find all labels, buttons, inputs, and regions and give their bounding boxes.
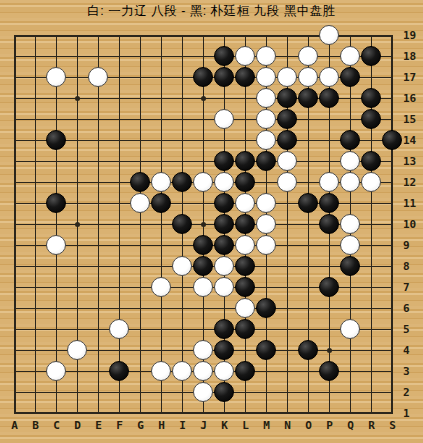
white-stone-J2 xyxy=(193,382,213,402)
intersection-C8[interactable] xyxy=(46,256,67,277)
intersection-B11[interactable] xyxy=(25,193,46,214)
intersection-B12[interactable] xyxy=(25,172,46,193)
intersection-F19[interactable] xyxy=(109,25,130,46)
intersection-M12[interactable] xyxy=(256,172,277,193)
intersection-D6[interactable] xyxy=(67,298,88,319)
intersection-F6[interactable] xyxy=(109,298,130,319)
intersection-N4[interactable] xyxy=(277,340,298,361)
intersection-A10[interactable] xyxy=(4,214,25,235)
intersection-H14[interactable] xyxy=(151,130,172,151)
intersection-E15[interactable] xyxy=(88,109,109,130)
intersection-B10[interactable] xyxy=(25,214,46,235)
intersection-C13[interactable] xyxy=(46,151,67,172)
black-stone-L12 xyxy=(235,172,255,192)
intersection-H5[interactable] xyxy=(151,319,172,340)
intersection-E18[interactable] xyxy=(88,46,109,67)
intersection-D3[interactable] xyxy=(67,361,88,382)
intersection-F4[interactable] xyxy=(109,340,130,361)
intersection-H15[interactable] xyxy=(151,109,172,130)
file-label-E: E xyxy=(88,419,109,432)
intersection-E16[interactable] xyxy=(88,88,109,109)
intersection-N2[interactable] xyxy=(277,382,298,403)
intersection-A5[interactable] xyxy=(4,319,25,340)
intersection-O2[interactable] xyxy=(298,382,319,403)
intersection-I14[interactable] xyxy=(172,130,193,151)
intersection-F15[interactable] xyxy=(109,109,130,130)
file-label-A: A xyxy=(4,419,25,432)
intersection-N7[interactable] xyxy=(277,277,298,298)
intersection-Q6[interactable] xyxy=(340,298,361,319)
intersection-D10[interactable] xyxy=(67,214,88,235)
rank-label-5: 5 xyxy=(403,323,410,336)
intersection-S11[interactable] xyxy=(382,193,403,214)
file-label-F: F xyxy=(109,419,130,432)
intersection-C2[interactable] xyxy=(46,382,67,403)
intersection-Q2[interactable] xyxy=(340,382,361,403)
rank-label-10: 10 xyxy=(403,218,416,231)
intersection-L2[interactable] xyxy=(235,382,256,403)
intersection-N18[interactable] xyxy=(277,46,298,67)
intersection-D17[interactable] xyxy=(67,67,88,88)
intersection-R3[interactable] xyxy=(361,361,382,382)
intersection-S5[interactable] xyxy=(382,319,403,340)
intersection-S18[interactable] xyxy=(382,46,403,67)
white-stone-N17 xyxy=(277,67,297,87)
intersection-M5[interactable] xyxy=(256,319,277,340)
intersection-K14[interactable] xyxy=(214,130,235,151)
intersection-N11[interactable] xyxy=(277,193,298,214)
intersection-E13[interactable] xyxy=(88,151,109,172)
intersection-I4[interactable] xyxy=(172,340,193,361)
rank-label-4: 4 xyxy=(403,344,410,357)
intersection-G14[interactable] xyxy=(130,130,151,151)
intersection-C15[interactable] xyxy=(46,109,67,130)
intersection-E19[interactable] xyxy=(88,25,109,46)
intersection-B4[interactable] xyxy=(25,340,46,361)
intersection-G9[interactable] xyxy=(130,235,151,256)
intersection-B17[interactable] xyxy=(25,67,46,88)
intersection-H2[interactable] xyxy=(151,382,172,403)
intersection-E3[interactable] xyxy=(88,361,109,382)
intersection-A16[interactable] xyxy=(4,88,25,109)
intersection-D5[interactable] xyxy=(67,319,88,340)
intersection-R9[interactable] xyxy=(361,235,382,256)
intersection-C12[interactable] xyxy=(46,172,67,193)
intersection-F11[interactable] xyxy=(109,193,130,214)
intersection-O14[interactable] xyxy=(298,130,319,151)
intersection-H16[interactable] xyxy=(151,88,172,109)
intersection-D18[interactable] xyxy=(67,46,88,67)
intersection-B13[interactable] xyxy=(25,151,46,172)
intersection-M2[interactable] xyxy=(256,382,277,403)
intersection-C16[interactable] xyxy=(46,88,67,109)
intersection-D19[interactable] xyxy=(67,25,88,46)
intersection-F18[interactable] xyxy=(109,46,130,67)
intersection-S3[interactable] xyxy=(382,361,403,382)
intersection-P6[interactable] xyxy=(319,298,340,319)
intersection-I11[interactable] xyxy=(172,193,193,214)
intersection-N19[interactable] xyxy=(277,25,298,46)
intersection-P13[interactable] xyxy=(319,151,340,172)
intersection-B9[interactable] xyxy=(25,235,46,256)
intersection-G17[interactable] xyxy=(130,67,151,88)
intersection-C7[interactable] xyxy=(46,277,67,298)
intersection-O6[interactable] xyxy=(298,298,319,319)
intersection-D16[interactable] xyxy=(67,88,88,109)
intersection-A9[interactable] xyxy=(4,235,25,256)
intersection-B8[interactable] xyxy=(25,256,46,277)
intersection-H10[interactable] xyxy=(151,214,172,235)
intersection-B2[interactable] xyxy=(25,382,46,403)
intersection-B14[interactable] xyxy=(25,130,46,151)
intersection-R11[interactable] xyxy=(361,193,382,214)
rank-label-12: 12 xyxy=(403,176,416,189)
intersection-H4[interactable] xyxy=(151,340,172,361)
intersection-S17[interactable] xyxy=(382,67,403,88)
white-stone-N13 xyxy=(277,151,297,171)
rank-label-3: 3 xyxy=(403,365,410,378)
intersection-S6[interactable] xyxy=(382,298,403,319)
intersection-G16[interactable] xyxy=(130,88,151,109)
intersection-H6[interactable] xyxy=(151,298,172,319)
intersection-Q4[interactable] xyxy=(340,340,361,361)
black-stone-C14 xyxy=(46,130,66,150)
intersection-R8[interactable] xyxy=(361,256,382,277)
intersection-D8[interactable] xyxy=(67,256,88,277)
intersection-R6[interactable] xyxy=(361,298,382,319)
intersection-D2[interactable] xyxy=(67,382,88,403)
white-stone-J7 xyxy=(193,277,213,297)
intersection-I17[interactable] xyxy=(172,67,193,88)
intersection-J5[interactable] xyxy=(193,319,214,340)
intersection-A3[interactable] xyxy=(4,361,25,382)
intersection-H13[interactable] xyxy=(151,151,172,172)
intersection-A2[interactable] xyxy=(4,382,25,403)
intersection-E14[interactable] xyxy=(88,130,109,151)
intersection-P9[interactable] xyxy=(319,235,340,256)
black-stone-N16 xyxy=(277,88,297,108)
intersection-S9[interactable] xyxy=(382,235,403,256)
intersection-F9[interactable] xyxy=(109,235,130,256)
intersection-O19[interactable] xyxy=(298,25,319,46)
intersection-O12[interactable] xyxy=(298,172,319,193)
black-stone-S14 xyxy=(382,130,402,150)
black-stone-R15 xyxy=(361,109,381,129)
intersection-G15[interactable] xyxy=(130,109,151,130)
intersection-R5[interactable] xyxy=(361,319,382,340)
intersection-I19[interactable] xyxy=(172,25,193,46)
intersection-S8[interactable] xyxy=(382,256,403,277)
intersection-B16[interactable] xyxy=(25,88,46,109)
intersection-K6[interactable] xyxy=(214,298,235,319)
intersection-H18[interactable] xyxy=(151,46,172,67)
intersection-A12[interactable] xyxy=(4,172,25,193)
intersection-F2[interactable] xyxy=(109,382,130,403)
intersection-S12[interactable] xyxy=(382,172,403,193)
intersection-F16[interactable] xyxy=(109,88,130,109)
intersection-C18[interactable] xyxy=(46,46,67,67)
intersection-B15[interactable] xyxy=(25,109,46,130)
intersection-E9[interactable] xyxy=(88,235,109,256)
intersection-J13[interactable] xyxy=(193,151,214,172)
black-stone-I10 xyxy=(172,214,192,234)
intersection-O9[interactable] xyxy=(298,235,319,256)
intersection-O13[interactable] xyxy=(298,151,319,172)
intersection-R17[interactable] xyxy=(361,67,382,88)
intersection-I5[interactable] xyxy=(172,319,193,340)
intersection-L14[interactable] xyxy=(235,130,256,151)
white-stone-M14 xyxy=(256,130,276,150)
intersection-J10[interactable] xyxy=(193,214,214,235)
intersection-A7[interactable] xyxy=(4,277,25,298)
intersection-A19[interactable] xyxy=(4,25,25,46)
intersection-Q16[interactable] xyxy=(340,88,361,109)
intersection-L16[interactable] xyxy=(235,88,256,109)
intersection-G18[interactable] xyxy=(130,46,151,67)
intersection-S15[interactable] xyxy=(382,109,403,130)
intersection-J6[interactable] xyxy=(193,298,214,319)
intersection-F14[interactable] xyxy=(109,130,130,151)
intersection-E10[interactable] xyxy=(88,214,109,235)
rank-label-14: 14 xyxy=(403,134,416,147)
intersection-Q15[interactable] xyxy=(340,109,361,130)
intersection-D12[interactable] xyxy=(67,172,88,193)
file-label-K: K xyxy=(214,419,235,432)
intersection-E2[interactable] xyxy=(88,382,109,403)
intersection-A15[interactable] xyxy=(4,109,25,130)
intersection-D13[interactable] xyxy=(67,151,88,172)
intersection-G5[interactable] xyxy=(130,319,151,340)
intersection-G2[interactable] xyxy=(130,382,151,403)
intersection-A13[interactable] xyxy=(4,151,25,172)
intersection-S16[interactable] xyxy=(382,88,403,109)
intersection-G10[interactable] xyxy=(130,214,151,235)
intersection-D11[interactable] xyxy=(67,193,88,214)
rank-label-1: 1 xyxy=(403,407,410,420)
white-stone-P12 xyxy=(319,172,339,192)
white-stone-J4 xyxy=(193,340,213,360)
file-label-H: H xyxy=(151,419,172,432)
intersection-H17[interactable] xyxy=(151,67,172,88)
white-stone-Q9 xyxy=(340,235,360,255)
intersection-B3[interactable] xyxy=(25,361,46,382)
intersection-G3[interactable] xyxy=(130,361,151,382)
intersection-Q7[interactable] xyxy=(340,277,361,298)
intersection-O5[interactable] xyxy=(298,319,319,340)
rank-label-18: 18 xyxy=(403,50,416,63)
intersection-R4[interactable] xyxy=(361,340,382,361)
intersection-D15[interactable] xyxy=(67,109,88,130)
intersection-K19[interactable] xyxy=(214,25,235,46)
white-stone-K8 xyxy=(214,256,234,276)
intersection-G7[interactable] xyxy=(130,277,151,298)
white-stone-Q18 xyxy=(340,46,360,66)
white-stone-G11 xyxy=(130,193,150,213)
intersection-J18[interactable] xyxy=(193,46,214,67)
intersection-I13[interactable] xyxy=(172,151,193,172)
intersection-S7[interactable] xyxy=(382,277,403,298)
black-stone-N15 xyxy=(277,109,297,129)
intersection-C19[interactable] xyxy=(46,25,67,46)
intersection-N5[interactable] xyxy=(277,319,298,340)
intersection-F8[interactable] xyxy=(109,256,130,277)
intersection-A8[interactable] xyxy=(4,256,25,277)
intersection-N9[interactable] xyxy=(277,235,298,256)
intersection-S2[interactable] xyxy=(382,382,403,403)
black-stone-P3 xyxy=(319,361,339,381)
intersection-D9[interactable] xyxy=(67,235,88,256)
intersection-H8[interactable] xyxy=(151,256,172,277)
intersection-P18[interactable] xyxy=(319,46,340,67)
intersection-I2[interactable] xyxy=(172,382,193,403)
file-label-P: P xyxy=(319,419,340,432)
intersection-G6[interactable] xyxy=(130,298,151,319)
intersection-I9[interactable] xyxy=(172,235,193,256)
intersection-F12[interactable] xyxy=(109,172,130,193)
intersection-P14[interactable] xyxy=(319,130,340,151)
intersection-Q3[interactable] xyxy=(340,361,361,382)
intersection-B5[interactable] xyxy=(25,319,46,340)
intersection-A17[interactable] xyxy=(4,67,25,88)
intersection-S13[interactable] xyxy=(382,151,403,172)
intersection-J19[interactable] xyxy=(193,25,214,46)
intersection-D7[interactable] xyxy=(67,277,88,298)
file-label-Q: Q xyxy=(340,419,361,432)
intersection-G4[interactable] xyxy=(130,340,151,361)
white-stone-J3 xyxy=(193,361,213,381)
intersection-N10[interactable] xyxy=(277,214,298,235)
white-stone-M15 xyxy=(256,109,276,129)
intersection-E5[interactable] xyxy=(88,319,109,340)
intersection-H19[interactable] xyxy=(151,25,172,46)
intersection-J16[interactable] xyxy=(193,88,214,109)
intersection-M19[interactable] xyxy=(256,25,277,46)
rank-label-8: 8 xyxy=(403,260,410,273)
intersection-E11[interactable] xyxy=(88,193,109,214)
intersection-E6[interactable] xyxy=(88,298,109,319)
intersection-F13[interactable] xyxy=(109,151,130,172)
intersection-N8[interactable] xyxy=(277,256,298,277)
intersection-E7[interactable] xyxy=(88,277,109,298)
intersection-N6[interactable] xyxy=(277,298,298,319)
white-stone-L11 xyxy=(235,193,255,213)
intersection-R2[interactable] xyxy=(361,382,382,403)
intersection-P2[interactable] xyxy=(319,382,340,403)
intersection-Q11[interactable] xyxy=(340,193,361,214)
intersection-C4[interactable] xyxy=(46,340,67,361)
intersection-L15[interactable] xyxy=(235,109,256,130)
file-label-O: O xyxy=(298,419,319,432)
intersection-R14[interactable] xyxy=(361,130,382,151)
intersection-P4[interactable] xyxy=(319,340,340,361)
intersection-A6[interactable] xyxy=(4,298,25,319)
intersection-K16[interactable] xyxy=(214,88,235,109)
intersection-N3[interactable] xyxy=(277,361,298,382)
intersection-Q19[interactable] xyxy=(340,25,361,46)
intersection-R19[interactable] xyxy=(361,25,382,46)
intersection-I6[interactable] xyxy=(172,298,193,319)
intersection-B18[interactable] xyxy=(25,46,46,67)
intersection-R10[interactable] xyxy=(361,214,382,235)
rank-label-17: 17 xyxy=(403,71,416,84)
intersection-I15[interactable] xyxy=(172,109,193,130)
white-stone-K12 xyxy=(214,172,234,192)
intersection-D14[interactable] xyxy=(67,130,88,151)
intersection-O3[interactable] xyxy=(298,361,319,382)
intersection-O10[interactable] xyxy=(298,214,319,235)
white-stone-H12 xyxy=(151,172,171,192)
white-stone-H3 xyxy=(151,361,171,381)
white-stone-I8 xyxy=(172,256,192,276)
intersection-M3[interactable] xyxy=(256,361,277,382)
intersection-L19[interactable] xyxy=(235,25,256,46)
intersection-S4[interactable] xyxy=(382,340,403,361)
black-stone-L5 xyxy=(235,319,255,339)
white-stone-H7 xyxy=(151,277,171,297)
intersection-E8[interactable] xyxy=(88,256,109,277)
intersection-B19[interactable] xyxy=(25,25,46,46)
black-stone-K9 xyxy=(214,235,234,255)
intersection-P15[interactable] xyxy=(319,109,340,130)
white-stone-L6 xyxy=(235,298,255,318)
white-stone-F5 xyxy=(109,319,129,339)
black-stone-K18 xyxy=(214,46,234,66)
white-stone-L9 xyxy=(235,235,255,255)
intersection-G19[interactable] xyxy=(130,25,151,46)
intersection-C10[interactable] xyxy=(46,214,67,235)
intersection-C5[interactable] xyxy=(46,319,67,340)
intersection-A18[interactable] xyxy=(4,46,25,67)
intersection-P8[interactable] xyxy=(319,256,340,277)
intersection-P5[interactable] xyxy=(319,319,340,340)
black-stone-K5 xyxy=(214,319,234,339)
intersection-A4[interactable] xyxy=(4,340,25,361)
intersection-M7[interactable] xyxy=(256,277,277,298)
intersection-B7[interactable] xyxy=(25,277,46,298)
intersection-A11[interactable] xyxy=(4,193,25,214)
file-label-B: B xyxy=(25,419,46,432)
intersection-S10[interactable] xyxy=(382,214,403,235)
intersection-E12[interactable] xyxy=(88,172,109,193)
intersection-S19[interactable] xyxy=(382,25,403,46)
intersection-C6[interactable] xyxy=(46,298,67,319)
intersection-G13[interactable] xyxy=(130,151,151,172)
intersection-H9[interactable] xyxy=(151,235,172,256)
intersection-F17[interactable] xyxy=(109,67,130,88)
intersection-J15[interactable] xyxy=(193,109,214,130)
intersection-L4[interactable] xyxy=(235,340,256,361)
intersection-O8[interactable] xyxy=(298,256,319,277)
intersection-I7[interactable] xyxy=(172,277,193,298)
intersection-O7[interactable] xyxy=(298,277,319,298)
intersection-B6[interactable] xyxy=(25,298,46,319)
intersection-I16[interactable] xyxy=(172,88,193,109)
intersection-R7[interactable] xyxy=(361,277,382,298)
black-stone-Q8 xyxy=(340,256,360,276)
intersection-F10[interactable] xyxy=(109,214,130,235)
black-stone-H11 xyxy=(151,193,171,213)
intersection-A14[interactable] xyxy=(4,130,25,151)
black-stone-L8 xyxy=(235,256,255,276)
intersection-M8[interactable] xyxy=(256,256,277,277)
intersection-F7[interactable] xyxy=(109,277,130,298)
intersection-I18[interactable] xyxy=(172,46,193,67)
intersection-J11[interactable] xyxy=(193,193,214,214)
intersection-O15[interactable] xyxy=(298,109,319,130)
intersection-G8[interactable] xyxy=(130,256,151,277)
intersection-E4[interactable] xyxy=(88,340,109,361)
intersection-J14[interactable] xyxy=(193,130,214,151)
